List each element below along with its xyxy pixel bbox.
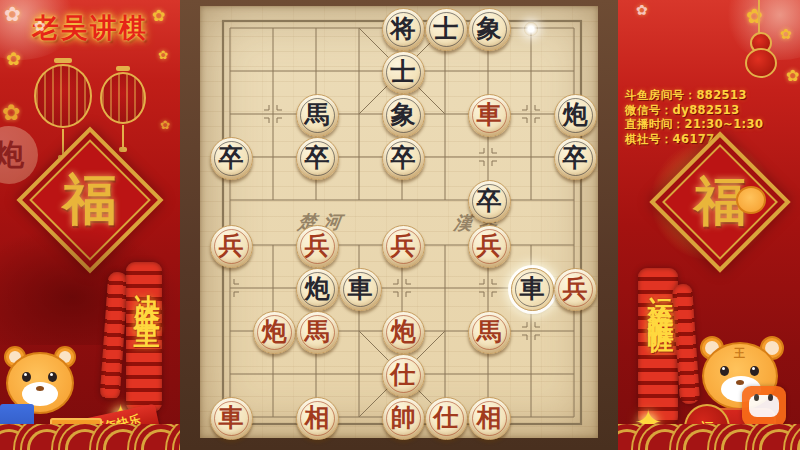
flower-icon: ✿ bbox=[6, 48, 21, 69]
piece-red-兵[interactable]: 兵 bbox=[468, 225, 511, 268]
piece-red-兵[interactable]: 兵 bbox=[210, 225, 253, 268]
flower-icon: ✿ bbox=[746, 4, 763, 28]
info-line: 直播时间：21:30~1:30 bbox=[625, 117, 797, 132]
flower-icon: ✿ bbox=[2, 100, 20, 125]
slogan-left: 决胜千里 bbox=[130, 274, 165, 424]
piece-red-兵[interactable]: 兵 bbox=[296, 225, 339, 268]
piece-black-士[interactable]: 士 bbox=[382, 51, 425, 94]
piece-black-車[interactable]: 車 bbox=[511, 268, 554, 311]
wave-pattern bbox=[0, 424, 180, 450]
ornament-string bbox=[758, 0, 760, 34]
piece-red-炮[interactable]: 炮 bbox=[382, 311, 425, 354]
piece-red-帥[interactable]: 帥 bbox=[382, 397, 425, 440]
piece-red-馬[interactable]: 馬 bbox=[296, 311, 339, 354]
piece-black-象[interactable]: 象 bbox=[468, 8, 511, 51]
fu-ornament: 福 bbox=[649, 131, 790, 272]
flower-icon: ✿ bbox=[160, 118, 170, 132]
info-line: 微信号：dy882513 bbox=[625, 103, 797, 118]
piece-red-兵[interactable]: 兵 bbox=[554, 268, 597, 311]
cursor-sparkle bbox=[524, 22, 538, 36]
piece-red-相[interactable]: 相 bbox=[468, 397, 511, 440]
piece-black-炮[interactable]: 炮 bbox=[554, 94, 597, 137]
flower-icon: ✿ bbox=[636, 2, 648, 18]
piece-black-卒[interactable]: 卒 bbox=[554, 137, 597, 180]
piece-red-車[interactable]: 車 bbox=[210, 397, 253, 440]
flower-icon: ✿ bbox=[152, 6, 165, 25]
piece-red-車[interactable]: 車 bbox=[468, 94, 511, 137]
tiger-small bbox=[736, 186, 766, 214]
piece-red-仕[interactable]: 仕 bbox=[425, 397, 468, 440]
flower-icon: ✿ bbox=[786, 66, 799, 85]
piece-black-将[interactable]: 将 bbox=[382, 8, 425, 51]
piece-black-卒[interactable]: 卒 bbox=[210, 137, 253, 180]
xiangqi-board: 楚河 漢界 将士象士馬象車炮卒卒卒卒卒兵兵兵兵炮車車兵炮馬炮馬仕車相帥仕相 bbox=[180, 0, 618, 450]
stream-info-block: 斗鱼房间号：882513微信号：dy882513直播时间：21:30~1:30棋… bbox=[625, 88, 797, 146]
douyu-logo-icon bbox=[742, 386, 786, 426]
flower-icon: ✿ bbox=[4, 2, 21, 26]
right-info-panel: ✿ ✿ ✿ ✿ ✿ 斗鱼房间号：882513微信号：dy882513直播时间：2… bbox=[618, 0, 800, 450]
piece-black-象[interactable]: 象 bbox=[382, 94, 425, 137]
info-line: 斗鱼房间号：882513 bbox=[625, 88, 797, 103]
wave-pattern bbox=[618, 424, 800, 450]
lantern-icon bbox=[100, 66, 146, 153]
piece-red-馬[interactable]: 馬 bbox=[468, 311, 511, 354]
left-decor-panel: 老吴讲棋 ✿ ✿ ✿ ✿ ✿ ✿ ✿ 福 炮 决胜千里 ✦ bbox=[0, 0, 180, 450]
piece-black-馬[interactable]: 馬 bbox=[296, 94, 339, 137]
piece-red-仕[interactable]: 仕 bbox=[382, 354, 425, 397]
flower-icon: ✿ bbox=[780, 26, 792, 42]
piece-red-相[interactable]: 相 bbox=[296, 397, 339, 440]
piece-black-卒[interactable]: 卒 bbox=[296, 137, 339, 180]
gourd-ornament bbox=[745, 48, 777, 78]
piece-red-炮[interactable]: 炮 bbox=[253, 311, 296, 354]
piece-black-車[interactable]: 車 bbox=[339, 268, 382, 311]
flower-icon: ✿ bbox=[34, 18, 46, 34]
piece-black-卒[interactable]: 卒 bbox=[468, 180, 511, 223]
piece-red-兵[interactable]: 兵 bbox=[382, 225, 425, 268]
background-chess-piece: 炮 bbox=[0, 126, 38, 184]
flower-icon: ✿ bbox=[158, 48, 168, 62]
piece-black-炮[interactable]: 炮 bbox=[296, 268, 339, 311]
piece-black-卒[interactable]: 卒 bbox=[382, 137, 425, 180]
stream-screenshot: 老吴讲棋 ✿ ✿ ✿ ✿ ✿ ✿ ✿ 福 炮 决胜千里 ✦ bbox=[0, 0, 800, 450]
piece-black-士[interactable]: 士 bbox=[425, 8, 468, 51]
